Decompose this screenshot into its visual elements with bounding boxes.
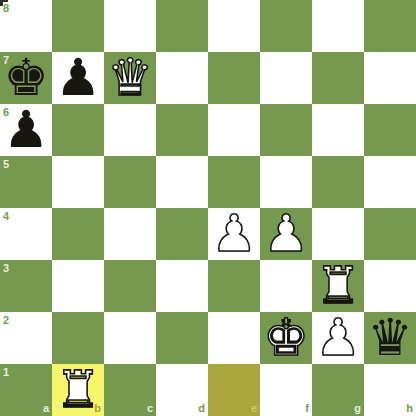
square-e7[interactable] xyxy=(208,52,260,104)
square-g2[interactable]: ♟ xyxy=(312,312,364,364)
square-c7[interactable]: ♛ xyxy=(104,52,156,104)
square-b4[interactable] xyxy=(52,208,104,260)
square-c6[interactable] xyxy=(104,104,156,156)
square-g7[interactable] xyxy=(312,52,364,104)
square-b2[interactable] xyxy=(52,312,104,364)
square-h2[interactable]: ♛ xyxy=(364,312,416,364)
square-a2[interactable]: 2 xyxy=(0,312,52,364)
square-d5[interactable] xyxy=(156,156,208,208)
coord-file-e: e xyxy=(251,403,257,414)
square-g3[interactable]: ♜ xyxy=(312,260,364,312)
square-g5[interactable] xyxy=(312,156,364,208)
coord-file-a: a xyxy=(43,403,49,414)
square-e1[interactable]: e xyxy=(208,364,260,416)
square-f8[interactable] xyxy=(260,0,312,52)
square-e8[interactable] xyxy=(208,0,260,52)
piece-white-pawn[interactable]: ♟ xyxy=(263,208,309,260)
square-b5[interactable] xyxy=(52,156,104,208)
square-a8[interactable]: 8 xyxy=(0,0,52,52)
square-f2[interactable]: ♚ xyxy=(260,312,312,364)
square-e6[interactable] xyxy=(208,104,260,156)
coord-file-d: d xyxy=(198,403,205,414)
square-c1[interactable]: c xyxy=(104,364,156,416)
square-b8[interactable] xyxy=(52,0,104,52)
coord-rank-6: 6 xyxy=(3,107,9,118)
square-c5[interactable] xyxy=(104,156,156,208)
square-e3[interactable] xyxy=(208,260,260,312)
square-g1[interactable]: g xyxy=(312,364,364,416)
coord-rank-4: 4 xyxy=(3,211,9,222)
coord-rank-7: 7 xyxy=(3,55,9,66)
square-h8[interactable] xyxy=(364,0,416,52)
square-f4[interactable]: ♟ xyxy=(260,208,312,260)
coord-rank-5: 5 xyxy=(3,159,9,170)
square-d4[interactable] xyxy=(156,208,208,260)
piece-black-pawn[interactable]: ♟ xyxy=(55,52,101,104)
square-d7[interactable] xyxy=(156,52,208,104)
square-h4[interactable] xyxy=(364,208,416,260)
square-f1[interactable]: f xyxy=(260,364,312,416)
square-c3[interactable] xyxy=(104,260,156,312)
square-f7[interactable] xyxy=(260,52,312,104)
square-g8[interactable] xyxy=(312,0,364,52)
square-a6[interactable]: 6♟ xyxy=(0,104,52,156)
square-d8[interactable] xyxy=(156,0,208,52)
square-a4[interactable]: 4 xyxy=(0,208,52,260)
square-g4[interactable] xyxy=(312,208,364,260)
square-a5[interactable]: 5 xyxy=(0,156,52,208)
coord-rank-2: 2 xyxy=(3,315,9,326)
square-b6[interactable] xyxy=(52,104,104,156)
square-e4[interactable]: ♟ xyxy=(208,208,260,260)
coord-file-f: f xyxy=(305,403,309,414)
coord-file-h: h xyxy=(406,403,413,414)
square-a7[interactable]: 7♚ xyxy=(0,52,52,104)
coord-rank-3: 3 xyxy=(3,263,9,274)
square-g6[interactable] xyxy=(312,104,364,156)
square-b3[interactable] xyxy=(52,260,104,312)
square-e5[interactable] xyxy=(208,156,260,208)
square-b7[interactable]: ♟ xyxy=(52,52,104,104)
piece-white-king[interactable]: ♚ xyxy=(263,312,309,364)
piece-white-pawn[interactable]: ♟ xyxy=(315,312,361,364)
screen-corner-artifact xyxy=(0,0,3,6)
coord-file-c: c xyxy=(147,403,153,414)
square-h6[interactable] xyxy=(364,104,416,156)
coord-file-g: g xyxy=(354,403,361,414)
piece-white-pawn[interactable]: ♟ xyxy=(211,208,257,260)
square-e2[interactable] xyxy=(208,312,260,364)
square-c2[interactable] xyxy=(104,312,156,364)
square-d6[interactable] xyxy=(156,104,208,156)
square-h1[interactable]: h xyxy=(364,364,416,416)
square-d1[interactable]: d xyxy=(156,364,208,416)
piece-black-king[interactable]: ♚ xyxy=(3,52,49,104)
square-h7[interactable] xyxy=(364,52,416,104)
coord-rank-8: 8 xyxy=(3,3,9,14)
square-b1[interactable]: b♜ xyxy=(52,364,104,416)
square-d2[interactable] xyxy=(156,312,208,364)
coord-file-b: b xyxy=(94,403,101,414)
piece-black-queen[interactable]: ♛ xyxy=(367,312,413,364)
square-a1[interactable]: 1a xyxy=(0,364,52,416)
piece-white-rook[interactable]: ♜ xyxy=(315,260,361,312)
square-f3[interactable] xyxy=(260,260,312,312)
square-h5[interactable] xyxy=(364,156,416,208)
square-d3[interactable] xyxy=(156,260,208,312)
square-c8[interactable] xyxy=(104,0,156,52)
square-f6[interactable] xyxy=(260,104,312,156)
square-h3[interactable] xyxy=(364,260,416,312)
square-c4[interactable] xyxy=(104,208,156,260)
chess-board: 87♚♟♛6♟54♟♟3♜2♚♟♛1ab♜cdefgh xyxy=(0,0,416,416)
square-f5[interactable] xyxy=(260,156,312,208)
piece-black-pawn[interactable]: ♟ xyxy=(3,104,49,156)
piece-white-queen[interactable]: ♛ xyxy=(107,52,153,104)
square-a3[interactable]: 3 xyxy=(0,260,52,312)
coord-rank-1: 1 xyxy=(3,367,9,378)
